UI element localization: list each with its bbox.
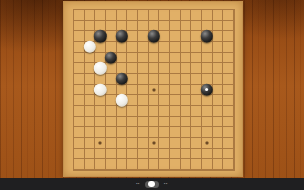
star-point — [99, 141, 102, 144]
star-point — [152, 88, 155, 91]
star-point — [205, 141, 208, 144]
toggle-left-label: ▪▪ — [136, 182, 140, 186]
toggle-right-label: ▪▪ — [164, 182, 168, 186]
bottom-control-bar: ▪▪ ▪▪ — [0, 178, 304, 190]
mode-toggle[interactable] — [145, 181, 159, 188]
toggle-knob-icon[interactable] — [148, 181, 155, 188]
star-point — [152, 141, 155, 144]
gomoku-board[interactable] — [63, 1, 243, 177]
last-move-marker-icon — [205, 88, 208, 91]
app-window: ▪▪ ▪▪ — [0, 0, 304, 190]
